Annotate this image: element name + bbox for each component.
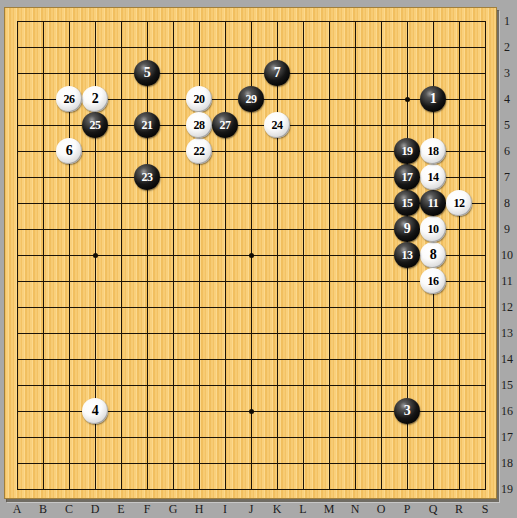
stone-move-number: 4 bbox=[92, 404, 99, 418]
stone-white-C6-move-6: 6 bbox=[56, 138, 82, 164]
stone-black-P6-move-19: 19 bbox=[394, 138, 420, 164]
row-label-5: 5 bbox=[504, 118, 510, 133]
stone-move-number: 27 bbox=[220, 119, 231, 131]
col-label-O: O bbox=[377, 502, 386, 517]
col-label-K: K bbox=[273, 502, 282, 517]
stone-black-Q4-move-1: 1 bbox=[420, 86, 446, 112]
stone-move-number: 2 bbox=[92, 92, 99, 106]
row-label-12: 12 bbox=[501, 300, 513, 315]
row-label-17: 17 bbox=[501, 430, 513, 445]
col-label-B: B bbox=[39, 502, 47, 517]
row-label-8: 8 bbox=[504, 196, 510, 211]
stone-move-number: 14 bbox=[428, 171, 439, 183]
stone-move-number: 23 bbox=[142, 171, 153, 183]
board-grid[interactable]: 1234567891011121314151617181920212223242… bbox=[17, 21, 486, 490]
stone-move-number: 7 bbox=[274, 66, 281, 80]
stone-black-F3-move-5: 5 bbox=[134, 60, 160, 86]
stone-move-number: 12 bbox=[454, 197, 465, 209]
stone-white-D16-move-4: 4 bbox=[82, 398, 108, 424]
stone-black-D5-move-25: 25 bbox=[82, 112, 108, 138]
col-label-I: I bbox=[223, 502, 227, 517]
row-label-1: 1 bbox=[504, 14, 510, 29]
row-label-16: 16 bbox=[501, 404, 513, 419]
stone-move-number: 13 bbox=[402, 249, 413, 261]
col-label-J: J bbox=[249, 502, 254, 517]
col-label-L: L bbox=[299, 502, 306, 517]
stone-black-P7-move-17: 17 bbox=[394, 164, 420, 190]
stone-white-Q10-move-8: 8 bbox=[420, 242, 446, 268]
stone-white-Q9-move-10: 10 bbox=[420, 216, 446, 242]
stone-black-F5-move-21: 21 bbox=[134, 112, 160, 138]
col-label-F: F bbox=[144, 502, 151, 517]
row-label-13: 13 bbox=[501, 326, 513, 341]
stone-black-P16-move-3: 3 bbox=[394, 398, 420, 424]
stone-move-number: 10 bbox=[428, 223, 439, 235]
col-label-S: S bbox=[482, 502, 489, 517]
row-label-10: 10 bbox=[501, 248, 513, 263]
star-point-J10 bbox=[249, 253, 254, 258]
row-label-3: 3 bbox=[504, 66, 510, 81]
stone-move-number: 19 bbox=[402, 145, 413, 157]
stone-white-Q7-move-14: 14 bbox=[420, 164, 446, 190]
stone-white-H4-move-20: 20 bbox=[186, 86, 212, 112]
star-point-P4 bbox=[405, 97, 410, 102]
row-label-14: 14 bbox=[501, 352, 513, 367]
stone-move-number: 1 bbox=[430, 92, 437, 106]
stone-move-number: 9 bbox=[404, 222, 411, 236]
stone-move-number: 18 bbox=[428, 145, 439, 157]
col-label-E: E bbox=[117, 502, 124, 517]
row-label-9: 9 bbox=[504, 222, 510, 237]
stone-black-F7-move-23: 23 bbox=[134, 164, 160, 190]
stone-move-number: 20 bbox=[194, 93, 205, 105]
stone-move-number: 22 bbox=[194, 145, 205, 157]
stone-move-number: 16 bbox=[428, 275, 439, 287]
stone-move-number: 8 bbox=[430, 248, 437, 262]
go-diagram-screen: 1234567891011121314151617181920212223242… bbox=[0, 0, 517, 518]
stone-white-Q6-move-18: 18 bbox=[420, 138, 446, 164]
stone-move-number: 6 bbox=[66, 144, 73, 158]
row-label-2: 2 bbox=[504, 40, 510, 55]
stone-move-number: 17 bbox=[402, 171, 413, 183]
stone-move-number: 29 bbox=[246, 93, 257, 105]
row-label-4: 4 bbox=[504, 92, 510, 107]
stone-move-number: 21 bbox=[142, 119, 153, 131]
col-label-H: H bbox=[195, 502, 204, 517]
row-label-11: 11 bbox=[501, 274, 513, 289]
star-point-J16 bbox=[249, 409, 254, 414]
stone-white-D4-move-2: 2 bbox=[82, 86, 108, 112]
stone-white-Q11-move-16: 16 bbox=[420, 268, 446, 294]
col-label-G: G bbox=[169, 502, 178, 517]
stone-black-I5-move-27: 27 bbox=[212, 112, 238, 138]
row-label-15: 15 bbox=[501, 378, 513, 393]
stone-white-R8-move-12: 12 bbox=[446, 190, 472, 216]
stone-white-H6-move-22: 22 bbox=[186, 138, 212, 164]
stone-move-number: 28 bbox=[194, 119, 205, 131]
stone-black-P9-move-9: 9 bbox=[394, 216, 420, 242]
row-label-7: 7 bbox=[504, 170, 510, 185]
row-label-18: 18 bbox=[501, 456, 513, 471]
star-point-D10 bbox=[93, 253, 98, 258]
stone-move-number: 11 bbox=[428, 197, 438, 209]
col-label-N: N bbox=[351, 502, 360, 517]
stone-black-Q8-move-11: 11 bbox=[420, 190, 446, 216]
col-label-C: C bbox=[65, 502, 73, 517]
stone-white-H5-move-28: 28 bbox=[186, 112, 212, 138]
stone-move-number: 3 bbox=[404, 404, 411, 418]
stone-white-K5-move-24: 24 bbox=[264, 112, 290, 138]
stone-black-P8-move-15: 15 bbox=[394, 190, 420, 216]
stone-move-number: 26 bbox=[64, 93, 75, 105]
col-label-P: P bbox=[404, 502, 411, 517]
col-label-A: A bbox=[13, 502, 22, 517]
stone-white-C4-move-26: 26 bbox=[56, 86, 82, 112]
row-label-19: 19 bbox=[501, 482, 513, 497]
col-label-R: R bbox=[455, 502, 463, 517]
col-label-D: D bbox=[91, 502, 100, 517]
row-label-6: 6 bbox=[504, 144, 510, 159]
col-label-Q: Q bbox=[429, 502, 438, 517]
stone-move-number: 5 bbox=[144, 66, 151, 80]
stone-move-number: 24 bbox=[272, 119, 283, 131]
stone-move-number: 15 bbox=[402, 197, 413, 209]
stone-black-K3-move-7: 7 bbox=[264, 60, 290, 86]
stone-move-number: 25 bbox=[90, 119, 101, 131]
col-label-M: M bbox=[324, 502, 335, 517]
stone-black-J4-move-29: 29 bbox=[238, 86, 264, 112]
stone-black-P10-move-13: 13 bbox=[394, 242, 420, 268]
